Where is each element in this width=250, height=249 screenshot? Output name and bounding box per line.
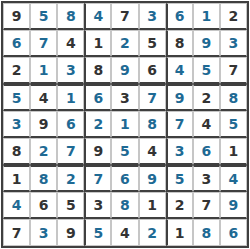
cell-r9c6[interactable]: 2 [139,219,166,246]
cell-r2c3[interactable]: 4 [57,30,84,57]
cell-r7c7[interactable]: 5 [166,165,193,192]
cell-r3c8[interactable]: 5 [193,57,220,84]
cell-r4c7[interactable]: 9 [166,84,193,111]
cell-r4c4[interactable]: 6 [84,84,111,111]
cell-r3c9[interactable]: 7 [220,57,247,84]
cell-r4c5[interactable]: 3 [111,84,138,111]
cell-r2c2[interactable]: 7 [30,30,57,57]
cell-r5c7[interactable]: 7 [166,111,193,138]
cell-r7c6[interactable]: 9 [139,165,166,192]
cell-r4c6[interactable]: 7 [139,84,166,111]
cell-r3c5[interactable]: 9 [111,57,138,84]
cell-r7c8[interactable]: 3 [193,165,220,192]
cell-r8c3[interactable]: 5 [57,192,84,219]
cell-r8c7[interactable]: 2 [166,192,193,219]
cell-r6c4[interactable]: 9 [84,138,111,165]
cell-r5c6[interactable]: 8 [139,111,166,138]
cell-r9c3[interactable]: 9 [57,219,84,246]
cell-r5c2[interactable]: 9 [30,111,57,138]
cell-r7c4[interactable]: 7 [84,165,111,192]
cell-r1c9[interactable]: 2 [220,3,247,30]
cell-r9c2[interactable]: 3 [30,219,57,246]
cell-r5c9[interactable]: 5 [220,111,247,138]
cell-r5c8[interactable]: 4 [193,111,220,138]
cell-r9c4[interactable]: 5 [84,219,111,246]
cell-r1c3[interactable]: 8 [57,3,84,30]
cell-r7c5[interactable]: 6 [111,165,138,192]
cell-r8c9[interactable]: 9 [220,192,247,219]
cell-r3c6[interactable]: 6 [139,57,166,84]
cell-r5c4[interactable]: 2 [84,111,111,138]
cell-r8c5[interactable]: 8 [111,192,138,219]
cell-r9c8[interactable]: 8 [193,219,220,246]
cell-r1c6[interactable]: 3 [139,3,166,30]
cell-r7c2[interactable]: 8 [30,165,57,192]
cell-r9c5[interactable]: 4 [111,219,138,246]
cell-r2c6[interactable]: 5 [139,30,166,57]
cell-r6c3[interactable]: 7 [57,138,84,165]
cell-r2c8[interactable]: 9 [193,30,220,57]
cell-r6c2[interactable]: 2 [30,138,57,165]
cell-r7c3[interactable]: 2 [57,165,84,192]
cell-r5c3[interactable]: 6 [57,111,84,138]
cell-r3c7[interactable]: 4 [166,57,193,84]
cell-r6c1[interactable]: 8 [3,138,30,165]
cell-r1c2[interactable]: 5 [30,3,57,30]
cell-r8c4[interactable]: 3 [84,192,111,219]
cell-r9c7[interactable]: 1 [166,219,193,246]
cell-r8c6[interactable]: 1 [139,192,166,219]
cell-r6c6[interactable]: 4 [139,138,166,165]
cell-r2c4[interactable]: 1 [84,30,111,57]
cell-r1c5[interactable]: 7 [111,3,138,30]
cell-r9c9[interactable]: 6 [220,219,247,246]
cell-r3c1[interactable]: 2 [3,57,30,84]
cell-r1c7[interactable]: 6 [166,3,193,30]
cell-r4c9[interactable]: 8 [220,84,247,111]
cell-r1c8[interactable]: 1 [193,3,220,30]
cell-r4c8[interactable]: 2 [193,84,220,111]
cell-r6c8[interactable]: 6 [193,138,220,165]
cell-r8c2[interactable]: 6 [30,192,57,219]
cell-r4c2[interactable]: 4 [30,84,57,111]
cell-r4c3[interactable]: 1 [57,84,84,111]
cell-r4c1[interactable]: 5 [3,84,30,111]
cell-r3c4[interactable]: 8 [84,57,111,84]
cell-r5c5[interactable]: 1 [111,111,138,138]
cell-r3c3[interactable]: 3 [57,57,84,84]
cell-r2c7[interactable]: 8 [166,30,193,57]
cell-r6c5[interactable]: 5 [111,138,138,165]
cell-r6c7[interactable]: 3 [166,138,193,165]
cell-r7c9[interactable]: 4 [220,165,247,192]
cell-r7c1[interactable]: 1 [3,165,30,192]
cell-r1c1[interactable]: 9 [3,3,30,30]
cell-r3c2[interactable]: 1 [30,57,57,84]
cell-r6c9[interactable]: 1 [220,138,247,165]
cell-r5c1[interactable]: 3 [3,111,30,138]
cell-r9c1[interactable]: 7 [3,219,30,246]
cell-r1c4[interactable]: 4 [84,3,111,30]
cell-r2c1[interactable]: 6 [3,30,30,57]
cell-r2c9[interactable]: 3 [220,30,247,57]
cell-r8c8[interactable]: 7 [193,192,220,219]
cell-r8c1[interactable]: 4 [3,192,30,219]
sudoku-board: 9584736126741258932138964575416379283962… [1,1,249,248]
cell-r2c5[interactable]: 2 [111,30,138,57]
